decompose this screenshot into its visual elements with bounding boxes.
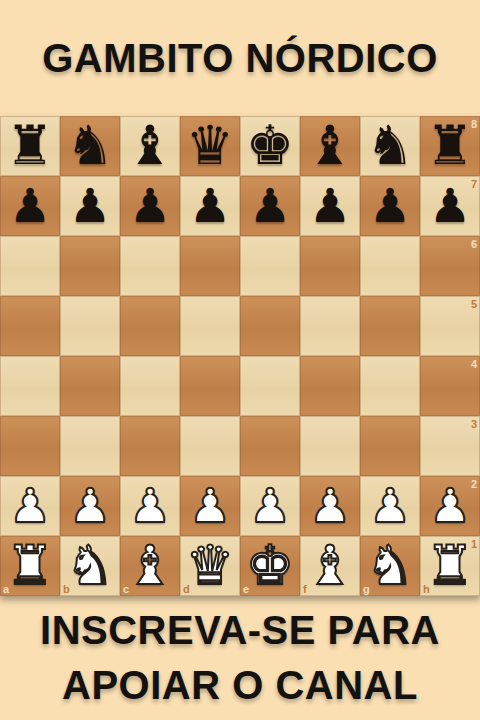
black-pawn-c7[interactable]: ♟ bbox=[120, 176, 180, 236]
square-f8[interactable]: ♝ bbox=[300, 116, 360, 176]
black-knight-g8[interactable]: ♞ bbox=[360, 116, 420, 176]
black-pawn-b7[interactable]: ♟ bbox=[60, 176, 120, 236]
white-pawn-d2[interactable]: ♟ bbox=[180, 476, 240, 536]
square-f1[interactable]: ♝f bbox=[300, 536, 360, 596]
white-rook-a1[interactable]: ♜ bbox=[0, 536, 60, 596]
white-pawn-e2[interactable]: ♟ bbox=[240, 476, 300, 536]
square-b3[interactable] bbox=[60, 416, 120, 476]
title-banner: GAMBITO NÓRDICO bbox=[0, 0, 480, 116]
square-c3[interactable] bbox=[120, 416, 180, 476]
square-e4[interactable] bbox=[240, 356, 300, 416]
video-frame: GAMBITO NÓRDICO ♜♞♝♛♚♝♞♜8♟♟♟♟♟♟♟♟76543♟♟… bbox=[0, 0, 480, 720]
square-g7[interactable]: ♟ bbox=[360, 176, 420, 236]
square-e8[interactable]: ♚ bbox=[240, 116, 300, 176]
square-h5[interactable]: 5 bbox=[420, 296, 480, 356]
white-pawn-h2[interactable]: ♟ bbox=[420, 476, 480, 536]
square-g1[interactable]: ♞g bbox=[360, 536, 420, 596]
square-f5[interactable] bbox=[300, 296, 360, 356]
square-f2[interactable]: ♟ bbox=[300, 476, 360, 536]
square-d8[interactable]: ♛ bbox=[180, 116, 240, 176]
white-pawn-a2[interactable]: ♟ bbox=[0, 476, 60, 536]
square-f7[interactable]: ♟ bbox=[300, 176, 360, 236]
square-c5[interactable] bbox=[120, 296, 180, 356]
black-bishop-c8[interactable]: ♝ bbox=[120, 116, 180, 176]
square-b6[interactable] bbox=[60, 236, 120, 296]
black-pawn-d7[interactable]: ♟ bbox=[180, 176, 240, 236]
square-g4[interactable] bbox=[360, 356, 420, 416]
square-c8[interactable]: ♝ bbox=[120, 116, 180, 176]
black-pawn-f7[interactable]: ♟ bbox=[300, 176, 360, 236]
square-c4[interactable] bbox=[120, 356, 180, 416]
square-a3[interactable] bbox=[0, 416, 60, 476]
square-e6[interactable] bbox=[240, 236, 300, 296]
black-pawn-g7[interactable]: ♟ bbox=[360, 176, 420, 236]
square-b8[interactable]: ♞ bbox=[60, 116, 120, 176]
square-f3[interactable] bbox=[300, 416, 360, 476]
square-a6[interactable] bbox=[0, 236, 60, 296]
square-h4[interactable]: 4 bbox=[420, 356, 480, 416]
black-bishop-f8[interactable]: ♝ bbox=[300, 116, 360, 176]
footer-banner: INSCREVA-SE PARA APOIAR O CANAL bbox=[0, 596, 480, 720]
square-c7[interactable]: ♟ bbox=[120, 176, 180, 236]
square-b4[interactable] bbox=[60, 356, 120, 416]
white-pawn-f2[interactable]: ♟ bbox=[300, 476, 360, 536]
square-h7[interactable]: ♟7 bbox=[420, 176, 480, 236]
square-e3[interactable] bbox=[240, 416, 300, 476]
square-d4[interactable] bbox=[180, 356, 240, 416]
white-pawn-c2[interactable]: ♟ bbox=[120, 476, 180, 536]
square-h1[interactable]: ♜1h bbox=[420, 536, 480, 596]
white-queen-d1[interactable]: ♛ bbox=[180, 536, 240, 596]
square-d5[interactable] bbox=[180, 296, 240, 356]
square-b2[interactable]: ♟ bbox=[60, 476, 120, 536]
white-bishop-c1[interactable]: ♝ bbox=[120, 536, 180, 596]
square-e5[interactable] bbox=[240, 296, 300, 356]
square-d1[interactable]: ♛d bbox=[180, 536, 240, 596]
square-f6[interactable] bbox=[300, 236, 360, 296]
square-d2[interactable]: ♟ bbox=[180, 476, 240, 536]
black-queen-d8[interactable]: ♛ bbox=[180, 116, 240, 176]
white-knight-b1[interactable]: ♞ bbox=[60, 536, 120, 596]
black-knight-b8[interactable]: ♞ bbox=[60, 116, 120, 176]
black-rook-h8[interactable]: ♜ bbox=[420, 116, 480, 176]
square-g8[interactable]: ♞ bbox=[360, 116, 420, 176]
square-e7[interactable]: ♟ bbox=[240, 176, 300, 236]
square-b5[interactable] bbox=[60, 296, 120, 356]
square-d3[interactable] bbox=[180, 416, 240, 476]
rank-label-4: 4 bbox=[471, 358, 477, 370]
chess-board: ♜♞♝♛♚♝♞♜8♟♟♟♟♟♟♟♟76543♟♟♟♟♟♟♟♟2♜a♞b♝c♛d♚… bbox=[0, 116, 480, 596]
footer-line-2: APOIAR O CANAL bbox=[62, 658, 418, 713]
square-g5[interactable] bbox=[360, 296, 420, 356]
square-a2[interactable]: ♟ bbox=[0, 476, 60, 536]
black-pawn-h7[interactable]: ♟ bbox=[420, 176, 480, 236]
video-title: GAMBITO NÓRDICO bbox=[42, 31, 438, 86]
square-e2[interactable]: ♟ bbox=[240, 476, 300, 536]
square-g2[interactable]: ♟ bbox=[360, 476, 420, 536]
black-pawn-e7[interactable]: ♟ bbox=[240, 176, 300, 236]
rank-label-6: 6 bbox=[471, 238, 477, 250]
square-g3[interactable] bbox=[360, 416, 420, 476]
white-king-e1[interactable]: ♚ bbox=[240, 536, 300, 596]
square-g6[interactable] bbox=[360, 236, 420, 296]
white-pawn-g2[interactable]: ♟ bbox=[360, 476, 420, 536]
square-c2[interactable]: ♟ bbox=[120, 476, 180, 536]
white-rook-h1[interactable]: ♜ bbox=[420, 536, 480, 596]
black-king-e8[interactable]: ♚ bbox=[240, 116, 300, 176]
rank-label-3: 3 bbox=[471, 418, 477, 430]
rank-label-5: 5 bbox=[471, 298, 477, 310]
white-pawn-b2[interactable]: ♟ bbox=[60, 476, 120, 536]
square-e1[interactable]: ♚e bbox=[240, 536, 300, 596]
square-a5[interactable] bbox=[0, 296, 60, 356]
square-c6[interactable] bbox=[120, 236, 180, 296]
square-d6[interactable] bbox=[180, 236, 240, 296]
square-a7[interactable]: ♟ bbox=[0, 176, 60, 236]
white-knight-g1[interactable]: ♞ bbox=[360, 536, 420, 596]
square-a4[interactable] bbox=[0, 356, 60, 416]
footer-line-1: INSCREVA-SE PARA bbox=[40, 603, 440, 658]
black-rook-a8[interactable]: ♜ bbox=[0, 116, 60, 176]
square-a8[interactable]: ♜ bbox=[0, 116, 60, 176]
square-c1[interactable]: ♝c bbox=[120, 536, 180, 596]
square-f4[interactable] bbox=[300, 356, 360, 416]
square-d7[interactable]: ♟ bbox=[180, 176, 240, 236]
square-b1[interactable]: ♞b bbox=[60, 536, 120, 596]
black-pawn-a7[interactable]: ♟ bbox=[0, 176, 60, 236]
square-b7[interactable]: ♟ bbox=[60, 176, 120, 236]
square-a1[interactable]: ♜a bbox=[0, 536, 60, 596]
white-bishop-f1[interactable]: ♝ bbox=[300, 536, 360, 596]
square-h8[interactable]: ♜8 bbox=[420, 116, 480, 176]
square-h2[interactable]: ♟2 bbox=[420, 476, 480, 536]
square-h3[interactable]: 3 bbox=[420, 416, 480, 476]
square-h6[interactable]: 6 bbox=[420, 236, 480, 296]
